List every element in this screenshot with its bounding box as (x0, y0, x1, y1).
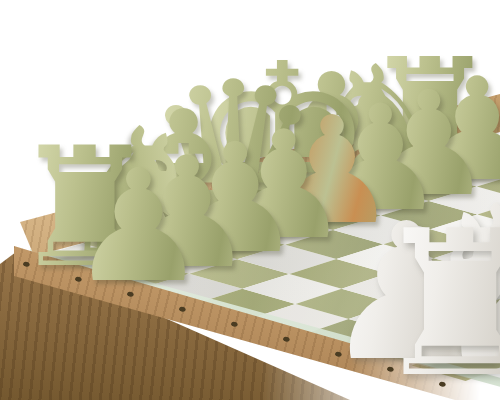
white-rook[interactable]: ♜ (360, 204, 500, 400)
green-pawn[interactable]: ♟ (61, 149, 216, 304)
pieces-layer: ♜♞♝♛♚♝♞♜♟♟♟♟♟♟♟♟♟♜♞ (0, 0, 500, 400)
product-photo-stage: ♜♞♝♛♚♝♞♜♟♟♟♟♟♟♟♟♟♜♞ (0, 0, 500, 400)
